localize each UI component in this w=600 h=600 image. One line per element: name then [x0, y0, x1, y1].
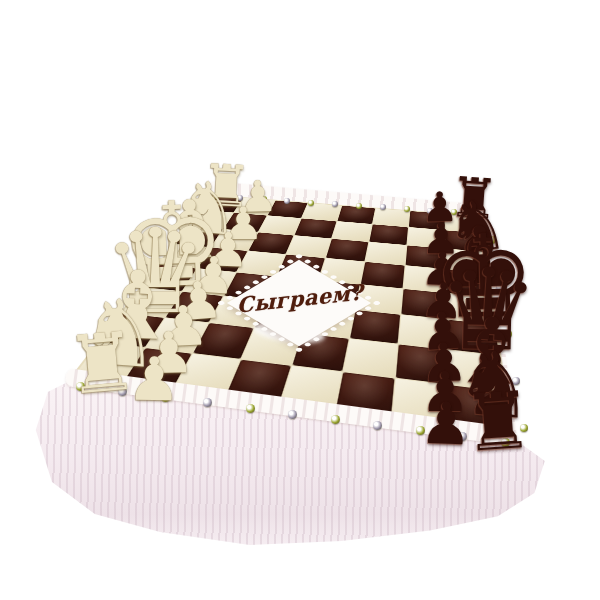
bead — [288, 410, 297, 419]
black-rook: ♜ — [460, 380, 535, 463]
board-square — [350, 310, 400, 344]
bead — [373, 421, 382, 430]
white-pawn: ♟ — [127, 349, 182, 410]
chess-cake-photo: Сыграем? ♜♞♝♛♚♝♞♜♟♟♟♟♟♟♟♟♜♞♝♛♚♝♞♜♟♟♟♟♟♟♟… — [0, 0, 600, 600]
bead — [404, 206, 410, 212]
bead — [246, 404, 255, 413]
bead — [356, 203, 362, 209]
bead — [308, 200, 314, 206]
board-square — [343, 339, 397, 378]
bead — [331, 415, 340, 424]
